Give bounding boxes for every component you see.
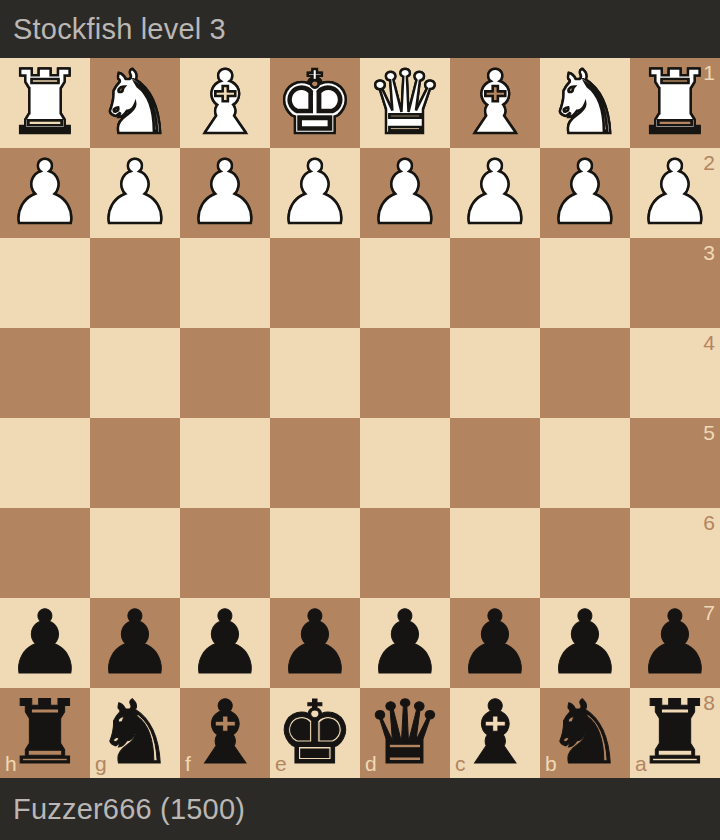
square-e2[interactable]: ♟	[270, 148, 360, 238]
coord-file-g: g	[95, 753, 107, 774]
square-f6[interactable]	[180, 508, 270, 598]
square-e6[interactable]	[270, 508, 360, 598]
piece-black-rook[interactable]: ♜	[6, 689, 85, 777]
square-h6[interactable]	[0, 508, 90, 598]
square-b7[interactable]: ♟	[540, 598, 630, 688]
square-h2[interactable]: ♟	[0, 148, 90, 238]
coord-file-a: a	[635, 753, 647, 774]
square-b6[interactable]	[540, 508, 630, 598]
square-c8[interactable]: ♝c	[450, 688, 540, 778]
coord-file-c: c	[455, 753, 466, 774]
piece-black-bishop[interactable]: ♝	[186, 689, 265, 777]
piece-black-pawn[interactable]: ♟	[6, 599, 85, 687]
square-g2[interactable]: ♟	[90, 148, 180, 238]
square-h4[interactable]	[0, 328, 90, 418]
piece-black-king[interactable]: ♚	[276, 689, 355, 777]
square-d6[interactable]	[360, 508, 450, 598]
square-f4[interactable]	[180, 328, 270, 418]
square-d4[interactable]	[360, 328, 450, 418]
square-d3[interactable]	[360, 238, 450, 328]
square-c2[interactable]: ♟	[450, 148, 540, 238]
piece-white-pawn[interactable]: ♟	[186, 149, 265, 237]
square-g4[interactable]	[90, 328, 180, 418]
piece-white-queen[interactable]: ♛	[366, 59, 445, 147]
piece-black-pawn[interactable]: ♟	[456, 599, 535, 687]
opponent-name: Stockfish level 3	[13, 13, 226, 46]
coord-rank-4: 4	[703, 332, 715, 353]
square-c7[interactable]: ♟	[450, 598, 540, 688]
square-d5[interactable]	[360, 418, 450, 508]
coord-rank-5: 5	[703, 422, 715, 443]
piece-white-pawn[interactable]: ♟	[366, 149, 445, 237]
piece-black-pawn[interactable]: ♟	[186, 599, 265, 687]
square-d8[interactable]: ♛d	[360, 688, 450, 778]
square-e1[interactable]: ♚	[270, 58, 360, 148]
square-h1[interactable]: ♜	[0, 58, 90, 148]
piece-white-pawn[interactable]: ♟	[276, 149, 355, 237]
piece-white-pawn[interactable]: ♟	[546, 149, 625, 237]
square-c5[interactable]	[450, 418, 540, 508]
piece-white-bishop[interactable]: ♝	[456, 59, 535, 147]
piece-white-pawn[interactable]: ♟	[6, 149, 85, 237]
square-a8[interactable]: ♜8a	[630, 688, 720, 778]
chess-board[interactable]: ♜♞♝♚♛♝♞♜1♟♟♟♟♟♟♟♟23456♟♟♟♟♟♟♟♟7♜h♞g♝f♚e♛…	[0, 58, 720, 778]
square-f5[interactable]	[180, 418, 270, 508]
square-f3[interactable]	[180, 238, 270, 328]
square-a3[interactable]: 3	[630, 238, 720, 328]
coord-rank-7: 7	[703, 602, 715, 623]
square-g5[interactable]	[90, 418, 180, 508]
piece-black-pawn[interactable]: ♟	[96, 599, 175, 687]
square-h5[interactable]	[0, 418, 90, 508]
coord-rank-3: 3	[703, 242, 715, 263]
piece-white-knight[interactable]: ♞	[96, 59, 175, 147]
coord-rank-2: 2	[703, 152, 715, 173]
square-a1[interactable]: ♜1	[630, 58, 720, 148]
square-g3[interactable]	[90, 238, 180, 328]
piece-black-pawn[interactable]: ♟	[276, 599, 355, 687]
square-a4[interactable]: 4	[630, 328, 720, 418]
square-a5[interactable]: 5	[630, 418, 720, 508]
coord-rank-8: 8	[703, 692, 715, 713]
coord-file-d: d	[365, 753, 377, 774]
square-e8[interactable]: ♚e	[270, 688, 360, 778]
coord-file-f: f	[185, 753, 191, 774]
square-d2[interactable]: ♟	[360, 148, 450, 238]
square-e4[interactable]	[270, 328, 360, 418]
piece-black-pawn[interactable]: ♟	[546, 599, 625, 687]
square-b1[interactable]: ♞	[540, 58, 630, 148]
square-g6[interactable]	[90, 508, 180, 598]
player-name: Fuzzer666 (1500)	[13, 793, 245, 826]
square-h7[interactable]: ♟	[0, 598, 90, 688]
square-a7[interactable]: ♟7	[630, 598, 720, 688]
square-b8[interactable]: ♞b	[540, 688, 630, 778]
square-b2[interactable]: ♟	[540, 148, 630, 238]
piece-white-pawn[interactable]: ♟	[96, 149, 175, 237]
piece-white-bishop[interactable]: ♝	[186, 59, 265, 147]
square-b3[interactable]	[540, 238, 630, 328]
square-f7[interactable]: ♟	[180, 598, 270, 688]
square-e7[interactable]: ♟	[270, 598, 360, 688]
coord-file-b: b	[545, 753, 557, 774]
square-c1[interactable]: ♝	[450, 58, 540, 148]
opponent-bar: Stockfish level 3	[0, 0, 720, 58]
coord-file-h: h	[5, 753, 17, 774]
piece-black-knight[interactable]: ♞	[96, 689, 175, 777]
piece-white-pawn[interactable]: ♟	[456, 149, 535, 237]
square-c4[interactable]	[450, 328, 540, 418]
square-c3[interactable]	[450, 238, 540, 328]
piece-black-knight[interactable]: ♞	[546, 689, 625, 777]
square-g8[interactable]: ♞g	[90, 688, 180, 778]
coord-file-e: e	[275, 753, 287, 774]
square-g1[interactable]: ♞	[90, 58, 180, 148]
square-d1[interactable]: ♛	[360, 58, 450, 148]
square-d7[interactable]: ♟	[360, 598, 450, 688]
piece-black-bishop[interactable]: ♝	[456, 689, 535, 777]
square-b5[interactable]	[540, 418, 630, 508]
square-f2[interactable]: ♟	[180, 148, 270, 238]
square-h8[interactable]: ♜h	[0, 688, 90, 778]
square-f1[interactable]: ♝	[180, 58, 270, 148]
square-c6[interactable]	[450, 508, 540, 598]
coord-rank-1: 1	[703, 62, 715, 83]
coord-rank-6: 6	[703, 512, 715, 533]
piece-white-rook[interactable]: ♜	[6, 59, 85, 147]
player-bar: Fuzzer666 (1500)	[0, 778, 720, 840]
square-b4[interactable]	[540, 328, 630, 418]
square-e5[interactable]	[270, 418, 360, 508]
square-a6[interactable]: 6	[630, 508, 720, 598]
square-e3[interactable]	[270, 238, 360, 328]
piece-black-queen[interactable]: ♛	[366, 689, 445, 777]
piece-white-king[interactable]: ♚	[276, 59, 355, 147]
square-a2[interactable]: ♟2	[630, 148, 720, 238]
piece-black-pawn[interactable]: ♟	[366, 599, 445, 687]
piece-white-knight[interactable]: ♞	[546, 59, 625, 147]
square-g7[interactable]: ♟	[90, 598, 180, 688]
square-f8[interactable]: ♝f	[180, 688, 270, 778]
square-h3[interactable]	[0, 238, 90, 328]
